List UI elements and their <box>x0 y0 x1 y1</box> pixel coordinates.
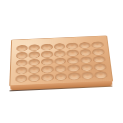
pit-r3c3[interactable] <box>41 58 53 66</box>
pit-r5c2[interactable] <box>28 74 40 82</box>
mancala-board <box>4 0 114 96</box>
pit-r1c1[interactable] <box>16 45 28 52</box>
pit-r2c2[interactable] <box>28 51 40 58</box>
pit-r1c3[interactable] <box>41 43 53 50</box>
pit-r2c4[interactable] <box>54 50 66 57</box>
pit-r5c3[interactable] <box>41 73 53 81</box>
pit-r3c4[interactable] <box>54 57 66 65</box>
pit-r4c5[interactable] <box>67 64 80 72</box>
pit-r1c7[interactable] <box>91 41 103 48</box>
pit-r3c2[interactable] <box>28 59 40 67</box>
pit-r2c1[interactable] <box>16 52 28 59</box>
pit-r5c7[interactable] <box>94 71 107 79</box>
pit-r1c5[interactable] <box>66 42 78 49</box>
pit-r1c6[interactable] <box>79 42 91 49</box>
board-surface <box>9 35 113 86</box>
pit-r4c6[interactable] <box>80 64 93 72</box>
pit-r5c1[interactable] <box>15 74 27 82</box>
pit-r4c3[interactable] <box>41 66 53 74</box>
pit-r4c4[interactable] <box>54 65 66 73</box>
pit-r5c6[interactable] <box>81 71 94 79</box>
pit-r3c6[interactable] <box>80 56 93 64</box>
pit-r4c7[interactable] <box>93 63 106 71</box>
pit-r5c5[interactable] <box>68 72 81 80</box>
pit-r2c5[interactable] <box>66 49 78 56</box>
pit-r2c7[interactable] <box>92 48 105 55</box>
pit-r4c2[interactable] <box>28 66 40 74</box>
pit-r2c6[interactable] <box>79 49 91 56</box>
board-photo <box>0 0 123 123</box>
pit-r5c4[interactable] <box>55 73 68 81</box>
pit-r1c4[interactable] <box>54 43 66 50</box>
pit-r3c5[interactable] <box>67 57 79 65</box>
pit-r4c1[interactable] <box>15 67 27 75</box>
pit-r3c1[interactable] <box>15 59 27 67</box>
pit-r2c3[interactable] <box>41 51 53 58</box>
pit-r3c7[interactable] <box>93 56 106 64</box>
pit-r1c2[interactable] <box>28 44 40 51</box>
